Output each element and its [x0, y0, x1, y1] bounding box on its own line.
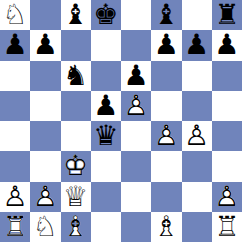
- square-f6[interactable]: [151, 61, 181, 91]
- bishop-glyph-outline: ♗: [61, 212, 91, 242]
- piece-black-pawn[interactable]: ♟: [30, 30, 60, 60]
- piece-white-pawn[interactable]: ♟♙: [30, 182, 60, 212]
- pawn-glyph-solid: ♟: [0, 30, 30, 60]
- pawn-glyph-outline: ♙: [0, 182, 30, 212]
- piece-white-rook[interactable]: ♜♖: [0, 212, 30, 242]
- square-a7[interactable]: ♟: [0, 30, 30, 60]
- square-h6[interactable]: [212, 61, 242, 91]
- square-h1[interactable]: ♜♖: [212, 212, 242, 242]
- square-f3[interactable]: [151, 151, 181, 181]
- knight-glyph-solid: ♞: [61, 61, 91, 91]
- pawn-glyph-outline: ♙: [182, 121, 212, 151]
- queen-glyph-solid: ♛: [91, 121, 121, 151]
- piece-white-pawn[interactable]: ♟♙: [212, 182, 242, 212]
- square-c7[interactable]: [61, 30, 91, 60]
- piece-black-bishop[interactable]: ♝: [61, 0, 91, 30]
- bishop-glyph-solid: ♝: [61, 0, 91, 30]
- square-d7[interactable]: [91, 30, 121, 60]
- piece-black-pawn[interactable]: ♟: [182, 30, 212, 60]
- square-a3[interactable]: [0, 151, 30, 181]
- square-c1[interactable]: ♝♗: [61, 212, 91, 242]
- square-g2[interactable]: [182, 182, 212, 212]
- pawn-glyph-outline: ♙: [121, 91, 151, 121]
- piece-white-pawn[interactable]: ♟♙: [151, 121, 181, 151]
- piece-black-queen[interactable]: ♛: [91, 121, 121, 151]
- knight-glyph-outline: ♘: [30, 212, 60, 242]
- piece-black-pawn[interactable]: ♟: [91, 91, 121, 121]
- square-g4[interactable]: ♟♙: [182, 121, 212, 151]
- piece-white-knight[interactable]: ♞♘: [30, 212, 60, 242]
- square-b7[interactable]: ♟: [30, 30, 60, 60]
- square-a6[interactable]: [0, 61, 30, 91]
- square-f8[interactable]: ♝: [151, 0, 181, 30]
- square-a4[interactable]: [0, 121, 30, 151]
- piece-black-rook[interactable]: ♜: [212, 0, 242, 30]
- square-c5[interactable]: [61, 91, 91, 121]
- square-e8[interactable]: [121, 0, 151, 30]
- square-f4[interactable]: ♟♙: [151, 121, 181, 151]
- piece-black-pawn[interactable]: ♟: [0, 30, 30, 60]
- square-d1[interactable]: [91, 212, 121, 242]
- pawn-glyph-solid: ♟: [91, 91, 121, 121]
- rook-glyph-outline: ♖: [0, 212, 30, 242]
- piece-black-pawn[interactable]: ♟: [121, 61, 151, 91]
- square-d5[interactable]: ♟: [91, 91, 121, 121]
- pawn-glyph-solid: ♟: [182, 30, 212, 60]
- chess-board-container: ♞♘♝♚♝♜♟♟♟♟♟♞♟♟♟♙♛♟♙♟♙♚♔♟♙♟♙♛♕♟♙♜♖♞♘♝♗♝♗♜…: [0, 0, 242, 242]
- square-h2[interactable]: ♟♙: [212, 182, 242, 212]
- square-c4[interactable]: [61, 121, 91, 151]
- piece-black-king[interactable]: ♚: [91, 0, 121, 30]
- square-g1[interactable]: [182, 212, 212, 242]
- piece-white-pawn[interactable]: ♟♙: [121, 91, 151, 121]
- piece-black-knight[interactable]: ♞: [61, 61, 91, 91]
- square-g6[interactable]: [182, 61, 212, 91]
- rook-glyph-outline: ♖: [212, 212, 242, 242]
- piece-white-knight[interactable]: ♞♘: [0, 0, 30, 30]
- pawn-glyph-outline: ♙: [151, 121, 181, 151]
- knight-glyph-outline: ♘: [0, 0, 30, 30]
- square-a1[interactable]: ♜♖: [0, 212, 30, 242]
- square-d4[interactable]: ♛: [91, 121, 121, 151]
- square-e7[interactable]: [121, 30, 151, 60]
- bishop-glyph-solid: ♝: [151, 0, 181, 30]
- square-f1[interactable]: ♝♗: [151, 212, 181, 242]
- pawn-glyph-solid: ♟: [212, 30, 242, 60]
- king-glyph-outline: ♔: [61, 151, 91, 181]
- square-f5[interactable]: [151, 91, 181, 121]
- piece-black-pawn[interactable]: ♟: [212, 30, 242, 60]
- square-g7[interactable]: ♟: [182, 30, 212, 60]
- square-e5[interactable]: ♟♙: [121, 91, 151, 121]
- piece-white-rook[interactable]: ♜♖: [212, 212, 242, 242]
- rook-glyph-solid: ♜: [212, 0, 242, 30]
- square-d6[interactable]: [91, 61, 121, 91]
- pawn-glyph-outline: ♙: [30, 182, 60, 212]
- chess-board: ♞♘♝♚♝♜♟♟♟♟♟♞♟♟♟♙♛♟♙♟♙♚♔♟♙♟♙♛♕♟♙♜♖♞♘♝♗♝♗♜…: [0, 0, 242, 242]
- square-b6[interactable]: [30, 61, 60, 91]
- king-glyph-solid: ♚: [91, 0, 121, 30]
- piece-white-pawn[interactable]: ♟♙: [182, 121, 212, 151]
- square-h7[interactable]: ♟: [212, 30, 242, 60]
- square-h3[interactable]: [212, 151, 242, 181]
- square-c6[interactable]: ♞: [61, 61, 91, 91]
- pawn-glyph-solid: ♟: [30, 30, 60, 60]
- piece-black-pawn[interactable]: ♟: [151, 30, 181, 60]
- square-h4[interactable]: [212, 121, 242, 151]
- square-a8[interactable]: ♞♘: [0, 0, 30, 30]
- square-e1[interactable]: [121, 212, 151, 242]
- square-a5[interactable]: [0, 91, 30, 121]
- square-b4[interactable]: [30, 121, 60, 151]
- square-a2[interactable]: ♟♙: [0, 182, 30, 212]
- square-f2[interactable]: [151, 182, 181, 212]
- square-c8[interactable]: ♝: [61, 0, 91, 30]
- square-h8[interactable]: ♜: [212, 0, 242, 30]
- square-b8[interactable]: [30, 0, 60, 30]
- square-d2[interactable]: [91, 182, 121, 212]
- square-g3[interactable]: [182, 151, 212, 181]
- square-b5[interactable]: [30, 91, 60, 121]
- square-b1[interactable]: ♞♘: [30, 212, 60, 242]
- piece-white-king[interactable]: ♚♔: [61, 151, 91, 181]
- piece-white-bishop[interactable]: ♝♗: [151, 212, 181, 242]
- square-h5[interactable]: [212, 91, 242, 121]
- piece-white-queen[interactable]: ♛♕: [61, 182, 91, 212]
- pawn-glyph-outline: ♙: [212, 182, 242, 212]
- pawn-glyph-solid: ♟: [121, 61, 151, 91]
- piece-black-bishop[interactable]: ♝: [151, 0, 181, 30]
- square-e4[interactable]: [121, 121, 151, 151]
- square-e6[interactable]: ♟: [121, 61, 151, 91]
- square-c3[interactable]: ♚♔: [61, 151, 91, 181]
- square-g8[interactable]: [182, 0, 212, 30]
- square-d8[interactable]: ♚: [91, 0, 121, 30]
- square-b2[interactable]: ♟♙: [30, 182, 60, 212]
- square-g5[interactable]: [182, 91, 212, 121]
- square-c2[interactable]: ♛♕: [61, 182, 91, 212]
- square-e3[interactable]: [121, 151, 151, 181]
- pawn-glyph-solid: ♟: [151, 30, 181, 60]
- square-f7[interactable]: ♟: [151, 30, 181, 60]
- piece-white-bishop[interactable]: ♝♗: [61, 212, 91, 242]
- piece-white-pawn[interactable]: ♟♙: [0, 182, 30, 212]
- square-b3[interactable]: [30, 151, 60, 181]
- square-d3[interactable]: [91, 151, 121, 181]
- queen-glyph-outline: ♕: [61, 182, 91, 212]
- bishop-glyph-outline: ♗: [151, 212, 181, 242]
- square-e2[interactable]: [121, 182, 151, 212]
